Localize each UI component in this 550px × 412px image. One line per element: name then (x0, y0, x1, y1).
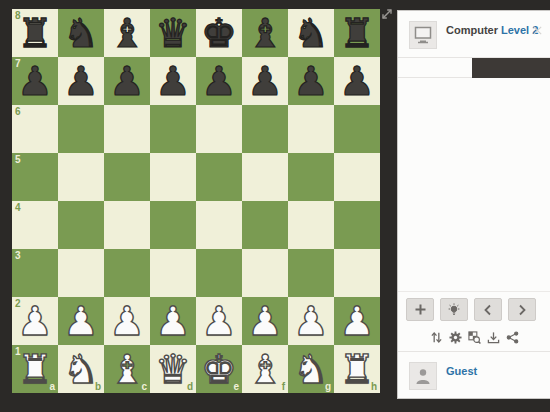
square-c6[interactable] (104, 105, 150, 153)
person-icon (413, 366, 433, 386)
square-f3[interactable] (242, 249, 288, 297)
square-c5[interactable] (104, 153, 150, 201)
settings-gear-icon[interactable] (448, 330, 462, 344)
square-g1[interactable]: g♞ (288, 345, 334, 393)
square-e5[interactable] (196, 153, 242, 201)
piece-black-rook[interactable]: ♜ (339, 10, 375, 56)
square-e2[interactable]: ♟ (196, 297, 242, 345)
move-list-area (398, 78, 550, 291)
app-window: 8♜♞♝♛♚♝♞♜7♟♟♟♟♟♟♟♟65432♟♟♟♟♟♟♟♟1a♜b♞c♝d♛… (0, 0, 550, 412)
chess-board: 8♜♞♝♛♚♝♞♜7♟♟♟♟♟♟♟♟65432♟♟♟♟♟♟♟♟1a♜b♞c♝d♛… (12, 9, 380, 393)
square-c3[interactable] (104, 249, 150, 297)
move-list-dark-bar (472, 58, 550, 78)
piece-white-pawn[interactable]: ♟ (63, 298, 99, 344)
square-f1[interactable]: f♝ (242, 345, 288, 393)
file-label-f: f (282, 382, 285, 392)
plus-icon (414, 303, 427, 316)
player-row: Guest (398, 351, 550, 398)
square-g8[interactable]: ♞ (288, 9, 334, 57)
piece-black-queen[interactable]: ♛ (155, 10, 191, 56)
piece-white-king[interactable]: ♚ (201, 346, 237, 392)
square-d4[interactable] (150, 201, 196, 249)
piece-white-pawn[interactable]: ♟ (201, 298, 237, 344)
piece-black-bishop[interactable]: ♝ (247, 10, 283, 56)
file-label-a: a (49, 382, 55, 392)
square-g6[interactable] (288, 105, 334, 153)
square-h6[interactable] (334, 105, 380, 153)
square-a2[interactable]: 2♟ (12, 297, 58, 345)
square-d3[interactable] (150, 249, 196, 297)
square-f7[interactable]: ♟ (242, 57, 288, 105)
square-g3[interactable] (288, 249, 334, 297)
control-buttons-row (406, 298, 542, 321)
piece-black-pawn[interactable]: ♟ (109, 58, 145, 104)
square-f4[interactable] (242, 201, 288, 249)
square-b1[interactable]: b♞ (58, 345, 104, 393)
square-d5[interactable] (150, 153, 196, 201)
rank-label-4: 4 (15, 203, 21, 213)
piece-black-pawn[interactable]: ♟ (17, 58, 53, 104)
chevron-left-icon (482, 304, 494, 316)
square-b5[interactable] (58, 153, 104, 201)
square-e6[interactable] (196, 105, 242, 153)
piece-white-knight[interactable]: ♞ (63, 346, 99, 392)
hint-button[interactable] (440, 298, 468, 321)
square-a1[interactable]: 1a♜ (12, 345, 58, 393)
piece-black-pawn[interactable]: ♟ (247, 58, 283, 104)
square-c7[interactable]: ♟ (104, 57, 150, 105)
square-c8[interactable]: ♝ (104, 9, 150, 57)
lightbulb-icon (447, 303, 461, 317)
square-c4[interactable] (104, 201, 150, 249)
square-h5[interactable] (334, 153, 380, 201)
rank-label-8: 8 (15, 11, 21, 21)
piece-white-rook[interactable]: ♜ (17, 346, 53, 392)
square-h1[interactable]: h♜ (334, 345, 380, 393)
new-game-button[interactable] (406, 298, 434, 321)
rank-label-6: 6 (15, 107, 21, 117)
square-h3[interactable] (334, 249, 380, 297)
square-e1[interactable]: e♚ (196, 345, 242, 393)
square-h2[interactable]: ♟ (334, 297, 380, 345)
square-d6[interactable] (150, 105, 196, 153)
piece-white-pawn[interactable]: ♟ (155, 298, 191, 344)
opponent-row: Computer Level 2 (398, 11, 550, 57)
square-a5[interactable]: 5 (12, 153, 58, 201)
file-label-e: e (233, 382, 239, 392)
flip-board-icon[interactable] (429, 330, 443, 344)
expand-icon[interactable] (532, 22, 543, 40)
back-button[interactable] (474, 298, 502, 321)
square-d7[interactable]: ♟ (150, 57, 196, 105)
board-resize-handle-icon[interactable] (380, 7, 394, 21)
download-icon[interactable] (486, 330, 500, 344)
piece-white-bishop[interactable]: ♝ (109, 346, 145, 392)
square-b2[interactable]: ♟ (58, 297, 104, 345)
rank-label-1: 1 (15, 347, 21, 357)
piece-white-bishop[interactable]: ♝ (247, 346, 283, 392)
rank-label-5: 5 (15, 155, 21, 165)
rank-label-2: 2 (15, 299, 21, 309)
piece-white-knight[interactable]: ♞ (293, 346, 329, 392)
square-a8[interactable]: 8♜ (12, 9, 58, 57)
piece-white-queen[interactable]: ♛ (155, 346, 191, 392)
computer-avatar (409, 21, 437, 49)
piece-black-pawn[interactable]: ♟ (63, 58, 99, 104)
piece-black-pawn[interactable]: ♟ (201, 58, 237, 104)
piece-black-knight[interactable]: ♞ (63, 10, 99, 56)
move-list-header-row (398, 58, 550, 78)
piece-black-bishop[interactable]: ♝ (109, 10, 145, 56)
rank-label-7: 7 (15, 59, 21, 69)
analysis-icon[interactable] (467, 330, 481, 344)
piece-white-pawn[interactable]: ♟ (109, 298, 145, 344)
piece-black-pawn[interactable]: ♟ (339, 58, 375, 104)
tool-icons-row (406, 330, 542, 344)
square-e3[interactable] (196, 249, 242, 297)
piece-black-pawn[interactable]: ♟ (293, 58, 329, 104)
piece-black-knight[interactable]: ♞ (293, 10, 329, 56)
square-b8[interactable]: ♞ (58, 9, 104, 57)
piece-white-pawn[interactable]: ♟ (293, 298, 329, 344)
square-e4[interactable] (196, 201, 242, 249)
opponent-name-label: Computer (446, 24, 498, 36)
square-d2[interactable]: ♟ (150, 297, 196, 345)
forward-button[interactable] (508, 298, 536, 321)
square-f5[interactable] (242, 153, 288, 201)
piece-black-pawn[interactable]: ♟ (155, 58, 191, 104)
game-sidebar: Computer Level 2 (397, 10, 550, 399)
share-icon[interactable] (505, 330, 519, 344)
square-h4[interactable] (334, 201, 380, 249)
piece-white-pawn[interactable]: ♟ (247, 298, 283, 344)
piece-black-rook[interactable]: ♜ (17, 10, 53, 56)
square-d1[interactable]: d♛ (150, 345, 196, 393)
square-h7[interactable]: ♟ (334, 57, 380, 105)
opponent-name: Computer Level 2 (446, 24, 538, 36)
piece-white-rook[interactable]: ♜ (339, 346, 375, 392)
player-name-label: Guest (446, 365, 477, 377)
file-label-g: g (325, 382, 331, 392)
square-g7[interactable]: ♟ (288, 57, 334, 105)
square-h8[interactable]: ♜ (334, 9, 380, 57)
square-e8[interactable]: ♚ (196, 9, 242, 57)
square-f6[interactable] (242, 105, 288, 153)
square-c1[interactable]: c♝ (104, 345, 150, 393)
guest-avatar (409, 362, 437, 390)
chevron-right-icon (516, 304, 528, 316)
square-a3[interactable]: 3 (12, 249, 58, 297)
square-g4[interactable] (288, 201, 334, 249)
square-f8[interactable]: ♝ (242, 9, 288, 57)
square-b3[interactable] (58, 249, 104, 297)
square-a7[interactable]: 7♟ (12, 57, 58, 105)
square-f2[interactable]: ♟ (242, 297, 288, 345)
square-g2[interactable]: ♟ (288, 297, 334, 345)
square-c2[interactable]: ♟ (104, 297, 150, 345)
square-g5[interactable] (288, 153, 334, 201)
square-a6[interactable]: 6 (12, 105, 58, 153)
file-label-b: b (95, 382, 101, 392)
rank-label-3: 3 (15, 251, 21, 261)
square-d8[interactable]: ♛ (150, 9, 196, 57)
piece-black-king[interactable]: ♚ (201, 10, 237, 56)
piece-white-pawn[interactable]: ♟ (17, 298, 53, 344)
computer-icon (413, 26, 433, 44)
piece-white-pawn[interactable]: ♟ (339, 298, 375, 344)
file-label-h: h (371, 382, 377, 392)
square-a4[interactable]: 4 (12, 201, 58, 249)
game-controls (398, 291, 550, 351)
square-b7[interactable]: ♟ (58, 57, 104, 105)
player-name: Guest (446, 365, 477, 377)
square-e7[interactable]: ♟ (196, 57, 242, 105)
file-label-c: c (141, 382, 147, 392)
square-b4[interactable] (58, 201, 104, 249)
square-b6[interactable] (58, 105, 104, 153)
file-label-d: d (187, 382, 193, 392)
